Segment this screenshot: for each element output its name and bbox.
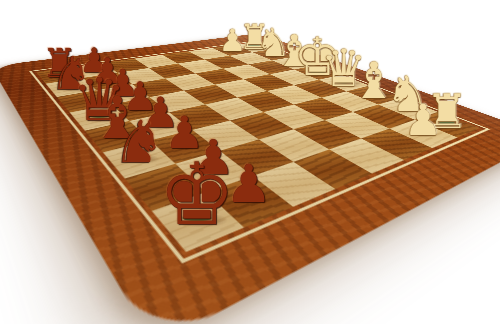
chess-photo-scene: ♜♞♝♛♚♝♞♜♟♟♚♞♝♛♞♜♟♟♟♟♟♟♟♟ xyxy=(0,0,500,324)
chess-board xyxy=(0,33,500,324)
